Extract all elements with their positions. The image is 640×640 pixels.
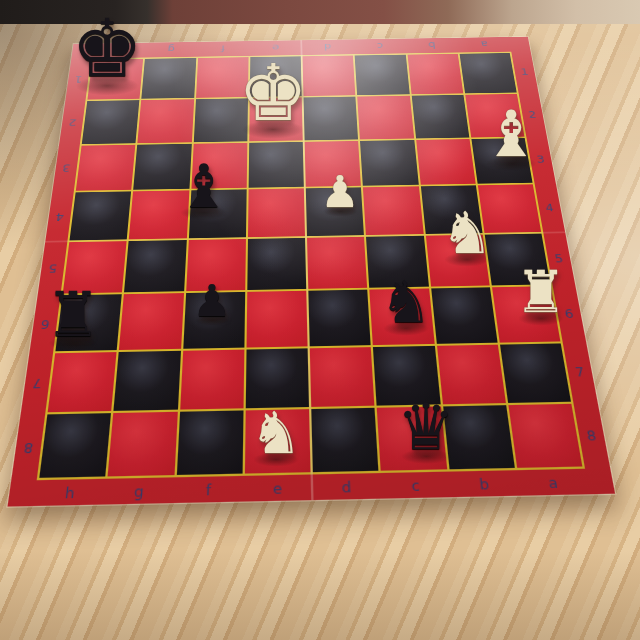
white-king-glyph: ♚ [238, 54, 308, 132]
black-king-glyph: ♚ [71, 9, 143, 89]
piece-white-pawn-d4[interactable]: ♟ [320, 170, 359, 214]
black-pawn-glyph: ♟ [192, 279, 231, 323]
piece-black-queen-c8[interactable]: ♛ [397, 395, 454, 459]
piece-white-knight-e8[interactable]: ♞ [250, 404, 302, 462]
piece-black-bishop-f4[interactable]: ♝ [177, 156, 231, 216]
piece-black-pawn-f6[interactable]: ♟ [192, 279, 231, 323]
piece-black-knight-c6[interactable]: ♞ [380, 273, 432, 331]
black-bishop-glyph: ♝ [177, 156, 231, 216]
white-pawn-glyph: ♟ [320, 170, 359, 214]
white-knight-glyph: ♞ [441, 204, 493, 262]
piece-black-rook-h6[interactable]: ♜ [45, 284, 101, 346]
white-rook-glyph: ♜ [515, 263, 567, 321]
white-bishop-glyph: ♝ [482, 102, 539, 166]
piece-white-knight-b5[interactable]: ♞ [441, 204, 493, 262]
piece-black-king-h1[interactable]: ♚ [71, 9, 143, 89]
black-knight-glyph: ♞ [380, 273, 432, 331]
black-queen-glyph: ♛ [397, 395, 454, 459]
white-knight-glyph: ♞ [250, 404, 302, 462]
piece-white-rook-a6[interactable]: ♜ [515, 263, 567, 321]
piece-white-king-e2[interactable]: ♚ [238, 54, 308, 132]
piece-white-bishop-a3[interactable]: ♝ [482, 102, 539, 166]
black-rook-glyph: ♜ [45, 284, 101, 346]
table-scene: hgfedcba hgfedcba 12345678 12345678 ♚♚♝♝… [0, 0, 640, 640]
pieces-layer: ♚♚♝♝♟♞♜♟♞♜♛♞ [0, 0, 640, 640]
